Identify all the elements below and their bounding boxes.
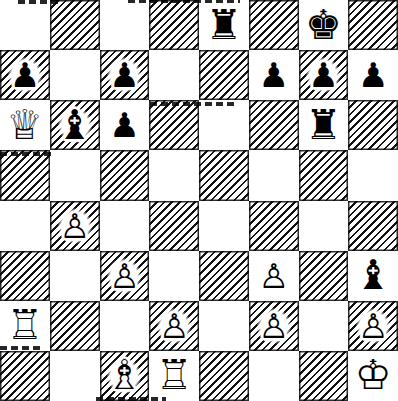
piece-black-pawn-f7: ♟ [251,51,297,99]
square-c2[interactable] [100,301,150,351]
square-e3[interactable] [199,251,249,301]
square-a6[interactable]: ♕ [0,100,50,150]
piece-black-pawn-a7: ♟ [2,51,48,99]
piece-black-rook-g6: ♜ [300,101,346,149]
piece-white-pawn-b4: ♙ [52,202,98,250]
piece-black-bishop-h3: ♝ [350,252,396,300]
piece-white-queen-a6: ♕ [2,101,48,149]
square-g2[interactable] [299,301,349,351]
piece-black-pawn-c6: ♟ [101,101,147,149]
square-b7[interactable] [50,50,100,100]
square-d1[interactable]: ♖ [149,351,199,401]
square-c3[interactable]: ♙ [100,251,150,301]
square-f4[interactable] [249,201,299,251]
square-g1[interactable] [299,351,349,401]
square-g8[interactable]: ♚ [299,0,349,50]
piece-black-pawn-h7: ♟ [350,51,396,99]
square-c7[interactable]: ♟ [100,50,150,100]
piece-white-pawn-h2: ♙ [350,302,396,350]
square-h7[interactable]: ♟ [348,50,398,100]
square-c5[interactable] [100,150,150,200]
square-a7[interactable]: ♟ [0,50,50,100]
square-b3[interactable] [50,251,100,301]
piece-black-rook-e8: ♜ [201,1,247,49]
square-f2[interactable]: ♙ [249,301,299,351]
square-a4[interactable] [0,201,50,251]
square-b8[interactable] [50,0,100,50]
piece-white-bishop-c1: ♗ [101,352,147,400]
square-e8[interactable]: ♜ [199,0,249,50]
piece-white-pawn-c3: ♙ [101,252,147,300]
square-h8[interactable] [348,0,398,50]
square-f7[interactable]: ♟ [249,50,299,100]
square-a1[interactable] [0,351,50,401]
square-a8[interactable] [0,0,50,50]
square-e4[interactable] [199,201,249,251]
square-e7[interactable] [199,50,249,100]
square-h2[interactable]: ♙ [348,301,398,351]
square-d2[interactable]: ♙ [149,301,199,351]
square-a5[interactable] [0,150,50,200]
square-b5[interactable] [50,150,100,200]
piece-black-bishop-b6: ♝ [52,101,98,149]
piece-black-king-g8: ♚ [300,1,346,49]
square-h6[interactable] [348,100,398,150]
piece-black-pawn-g7: ♟ [300,51,346,99]
square-b6[interactable]: ♝ [50,100,100,150]
square-g6[interactable]: ♜ [299,100,349,150]
square-a3[interactable] [0,251,50,301]
square-a2[interactable]: ♖ [0,301,50,351]
square-d5[interactable] [149,150,199,200]
chess-diagram-page: ♜♚♟♟♟♟♟♕♝♟♜♙♙♙♝♖♙♙♙♗♖♔ [0,0,398,401]
square-c1[interactable]: ♗ [100,351,150,401]
piece-white-king-h1: ♔ [350,352,396,400]
square-d4[interactable] [149,201,199,251]
piece-white-pawn-d2: ♙ [151,302,197,350]
square-c4[interactable] [100,201,150,251]
square-f6[interactable] [249,100,299,150]
piece-white-rook-d1: ♖ [151,352,197,400]
square-h1[interactable]: ♔ [348,351,398,401]
square-b2[interactable] [50,301,100,351]
square-e1[interactable] [199,351,249,401]
square-c6[interactable]: ♟ [100,100,150,150]
square-d8[interactable] [149,0,199,50]
square-f3[interactable]: ♙ [249,251,299,301]
square-d3[interactable] [149,251,199,301]
square-g7[interactable]: ♟ [299,50,349,100]
square-b1[interactable] [50,351,100,401]
square-f1[interactable] [249,351,299,401]
square-c8[interactable] [100,0,150,50]
square-d7[interactable] [149,50,199,100]
square-d6[interactable] [149,100,199,150]
square-h4[interactable] [348,201,398,251]
piece-white-pawn-f2: ♙ [251,302,297,350]
square-g4[interactable] [299,201,349,251]
square-f5[interactable] [249,150,299,200]
square-e5[interactable] [199,150,249,200]
piece-white-rook-a2: ♖ [2,302,48,350]
square-h3[interactable]: ♝ [348,251,398,301]
square-g3[interactable] [299,251,349,301]
square-h5[interactable] [348,150,398,200]
square-b4[interactable]: ♙ [50,201,100,251]
chessboard: ♜♚♟♟♟♟♟♕♝♟♜♙♙♙♝♖♙♙♙♗♖♔ [0,0,398,401]
square-e2[interactable] [199,301,249,351]
square-f8[interactable] [249,0,299,50]
piece-black-pawn-c7: ♟ [101,51,147,99]
piece-white-pawn-f3: ♙ [251,252,297,300]
square-g5[interactable] [299,150,349,200]
square-e6[interactable] [199,100,249,150]
